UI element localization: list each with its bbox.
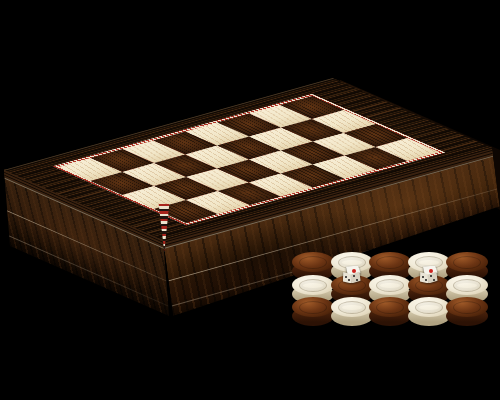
- checker-piece-dark: [369, 297, 411, 326]
- checker-piece-dark: [446, 297, 488, 326]
- checker-piece-light: [408, 297, 450, 326]
- product-photo-scene: [0, 0, 500, 400]
- die: [420, 266, 438, 284]
- checkers-tray: [292, 252, 492, 336]
- checker-piece-light: [331, 297, 373, 326]
- die: [343, 266, 361, 284]
- checker-piece-dark: [292, 297, 334, 326]
